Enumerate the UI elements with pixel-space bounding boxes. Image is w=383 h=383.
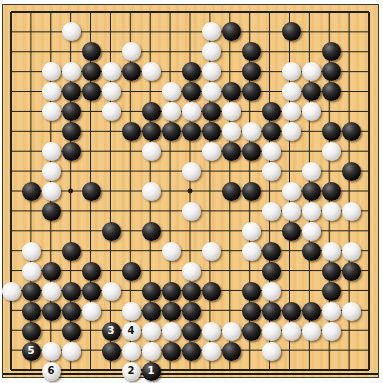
white-stone-c6r6[interactable] xyxy=(102,102,121,121)
black-stone-c3r16[interactable] xyxy=(42,302,61,321)
white-stone-c9r13[interactable] xyxy=(162,242,181,261)
white-stone-c7r16[interactable] xyxy=(122,302,141,321)
black-stone-c7r4[interactable] xyxy=(122,62,141,81)
black-stone-c2r18[interactable]: 5 xyxy=(22,342,41,361)
white-stone-c18r13[interactable] xyxy=(342,242,361,261)
go-board[interactable]: 345621 xyxy=(2,4,379,378)
black-stone-c4r17[interactable] xyxy=(62,322,81,341)
white-stone-c18r16[interactable] xyxy=(342,302,361,321)
move-number-label: 5 xyxy=(28,346,35,356)
black-stone-c16r16[interactable] xyxy=(302,302,321,321)
black-stone-c13r8[interactable] xyxy=(242,142,261,161)
white-stone-c8r8[interactable] xyxy=(142,142,161,161)
white-stone-c4r18[interactable] xyxy=(62,342,81,361)
black-stone-c17r4[interactable] xyxy=(322,62,341,81)
white-stone-c8r10[interactable] xyxy=(142,182,161,201)
black-stone-c17r3[interactable] xyxy=(322,42,341,61)
white-stone-c16r17[interactable] xyxy=(302,322,321,341)
white-stone-c17r11[interactable] xyxy=(322,202,341,221)
black-stone-c8r6[interactable] xyxy=(142,102,161,121)
white-stone-c9r17[interactable] xyxy=(162,322,181,341)
black-stone-c10r7[interactable] xyxy=(182,122,201,141)
black-stone-c8r12[interactable] xyxy=(142,222,161,241)
white-stone-c4r2[interactable] xyxy=(62,22,81,41)
black-stone-c13r3[interactable] xyxy=(242,42,261,61)
white-stone-c10r14[interactable] xyxy=(182,262,201,281)
black-stone-c5r5[interactable] xyxy=(82,82,101,101)
white-stone-c17r13[interactable] xyxy=(322,242,341,261)
black-stone-c13r16[interactable] xyxy=(242,302,261,321)
black-stone-c12r5[interactable] xyxy=(222,82,241,101)
white-stone-c6r15[interactable] xyxy=(102,282,121,301)
white-stone-c3r10[interactable] xyxy=(42,182,61,201)
white-stone-c15r5[interactable] xyxy=(282,82,301,101)
black-stone-c4r7[interactable] xyxy=(62,122,81,141)
white-stone-c2r14[interactable] xyxy=(22,262,41,281)
black-stone-c3r11[interactable] xyxy=(42,202,61,221)
white-stone-c16r9[interactable] xyxy=(302,162,321,181)
white-stone-c12r6[interactable] xyxy=(222,102,241,121)
black-stone-c4r13[interactable] xyxy=(62,242,81,261)
black-stone-c12r2[interactable] xyxy=(222,22,241,41)
black-stone-c15r2[interactable] xyxy=(282,22,301,41)
white-stone-c3r4[interactable] xyxy=(42,62,61,81)
black-stone-c6r17[interactable]: 3 xyxy=(102,322,121,341)
black-stone-c14r16[interactable] xyxy=(262,302,281,321)
white-stone-c8r18[interactable] xyxy=(142,342,161,361)
black-stone-c17r5[interactable] xyxy=(322,82,341,101)
white-stone-c14r17[interactable] xyxy=(262,322,281,341)
black-stone-c14r13[interactable] xyxy=(262,242,281,261)
black-stone-c13r17[interactable] xyxy=(242,322,261,341)
white-stone-c14r11[interactable] xyxy=(262,202,281,221)
move-number-label: 1 xyxy=(148,366,155,376)
white-stone-c9r5[interactable] xyxy=(162,82,181,101)
black-stone-c9r16[interactable] xyxy=(162,302,181,321)
move-number-label: 2 xyxy=(128,366,135,376)
white-stone-c6r4[interactable] xyxy=(102,62,121,81)
white-stone-c17r16[interactable] xyxy=(322,302,341,321)
white-stone-c13r7[interactable] xyxy=(242,122,261,141)
black-stone-c17r10[interactable] xyxy=(322,182,341,201)
white-stone-c3r8[interactable] xyxy=(42,142,61,161)
black-stone-c10r18[interactable] xyxy=(182,342,201,361)
white-stone-c13r13[interactable] xyxy=(242,242,261,261)
white-stone-c17r17[interactable] xyxy=(322,322,341,341)
white-stone-c16r6[interactable] xyxy=(302,102,321,121)
white-stone-c14r9[interactable] xyxy=(262,162,281,181)
black-stone-c4r16[interactable] xyxy=(62,302,81,321)
white-stone-c15r7[interactable] xyxy=(282,122,301,141)
black-stone-c18r9[interactable] xyxy=(342,162,361,181)
black-stone-c14r14[interactable] xyxy=(262,262,281,281)
white-stone-c16r11[interactable] xyxy=(302,202,321,221)
black-stone-c18r14[interactable] xyxy=(342,262,361,281)
black-stone-c8r19[interactable]: 1 xyxy=(142,362,161,381)
black-stone-c5r10[interactable] xyxy=(82,182,101,201)
black-stone-c3r14[interactable] xyxy=(42,262,61,281)
black-stone-c6r12[interactable] xyxy=(102,222,121,241)
black-stone-c16r5[interactable] xyxy=(302,82,321,101)
white-stone-c1r15[interactable] xyxy=(2,282,21,301)
black-stone-c15r12[interactable] xyxy=(282,222,301,241)
move-number-label: 4 xyxy=(128,326,135,336)
black-stone-c2r10[interactable] xyxy=(22,182,41,201)
white-stone-c17r8[interactable] xyxy=(322,142,341,161)
white-stone-c4r4[interactable] xyxy=(62,62,81,81)
white-stone-c18r11[interactable] xyxy=(342,202,361,221)
move-number-label: 3 xyxy=(108,326,115,336)
black-stone-c2r17[interactable] xyxy=(22,322,41,341)
white-stone-c7r19[interactable]: 2 xyxy=(122,362,141,381)
black-stone-c5r3[interactable] xyxy=(82,42,101,61)
black-stone-c10r16[interactable] xyxy=(182,302,201,321)
white-stone-c12r17[interactable] xyxy=(222,322,241,341)
white-stone-c13r12[interactable] xyxy=(242,222,261,241)
black-stone-c17r7[interactable] xyxy=(322,122,341,141)
black-stone-c8r7[interactable] xyxy=(142,122,161,141)
white-stone-c3r9[interactable] xyxy=(42,162,61,181)
black-stone-c4r15[interactable] xyxy=(62,282,81,301)
black-stone-c5r4[interactable] xyxy=(82,62,101,81)
black-stone-c8r16[interactable] xyxy=(142,302,161,321)
white-stone-c16r4[interactable] xyxy=(302,62,321,81)
black-stone-c8r15[interactable] xyxy=(142,282,161,301)
white-stone-c11r8[interactable] xyxy=(202,142,221,161)
white-stone-c10r6[interactable] xyxy=(182,102,201,121)
white-stone-c6r5[interactable] xyxy=(102,82,121,101)
black-stone-c15r16[interactable] xyxy=(282,302,301,321)
black-stone-c13r4[interactable] xyxy=(242,62,261,81)
white-stone-c3r19[interactable]: 6 xyxy=(42,362,61,381)
white-stone-c15r6[interactable] xyxy=(282,102,301,121)
white-stone-c11r13[interactable] xyxy=(202,242,221,261)
white-stone-c11r3[interactable] xyxy=(202,42,221,61)
white-stone-c15r11[interactable] xyxy=(282,202,301,221)
black-stone-c6r18[interactable] xyxy=(102,342,121,361)
white-stone-c7r18[interactable] xyxy=(122,342,141,361)
white-stone-c14r18[interactable] xyxy=(262,342,281,361)
white-stone-c7r17[interactable]: 4 xyxy=(122,322,141,341)
black-stone-c7r7[interactable] xyxy=(122,122,141,141)
black-stone-c10r17[interactable] xyxy=(182,322,201,341)
black-stone-c12r8[interactable] xyxy=(222,142,241,161)
black-stone-c14r6[interactable] xyxy=(262,102,281,121)
white-stone-c11r4[interactable] xyxy=(202,62,221,81)
white-stone-c11r2[interactable] xyxy=(202,22,221,41)
white-stone-c7r3[interactable] xyxy=(122,42,141,61)
white-stone-c3r15[interactable] xyxy=(42,282,61,301)
black-stone-c9r15[interactable] xyxy=(162,282,181,301)
black-stone-c16r10[interactable] xyxy=(302,182,321,201)
black-stone-c17r14[interactable] xyxy=(322,262,341,281)
white-stone-c2r13[interactable] xyxy=(22,242,41,261)
white-stone-c5r16[interactable] xyxy=(82,302,101,321)
white-stone-c14r15[interactable] xyxy=(262,282,281,301)
black-stone-c16r13[interactable] xyxy=(302,242,321,261)
black-stone-c17r15[interactable] xyxy=(322,282,341,301)
black-stone-c4r5[interactable] xyxy=(62,82,81,101)
white-stone-c3r6[interactable] xyxy=(42,102,61,121)
black-stone-c10r4[interactable] xyxy=(182,62,201,81)
black-stone-c11r7[interactable] xyxy=(202,122,221,141)
white-stone-c11r17[interactable] xyxy=(202,322,221,341)
black-stone-c2r16[interactable] xyxy=(22,302,41,321)
black-stone-c12r10[interactable] xyxy=(222,182,241,201)
white-stone-c15r17[interactable] xyxy=(282,322,301,341)
white-stone-c15r10[interactable] xyxy=(282,182,301,201)
white-stone-c11r5[interactable] xyxy=(202,82,221,101)
black-stone-c18r7[interactable] xyxy=(342,122,361,141)
black-stone-c5r14[interactable] xyxy=(82,262,101,281)
black-stone-c11r6[interactable] xyxy=(202,102,221,121)
white-stone-c10r11[interactable] xyxy=(182,202,201,221)
move-number-label: 6 xyxy=(48,366,55,376)
white-stone-c8r17[interactable] xyxy=(142,322,161,341)
white-stone-c3r18[interactable] xyxy=(42,342,61,361)
white-stone-c11r18[interactable] xyxy=(202,342,221,361)
black-stone-c13r5[interactable] xyxy=(242,82,261,101)
black-stone-c9r7[interactable] xyxy=(162,122,181,141)
white-stone-c3r5[interactable] xyxy=(42,82,61,101)
black-stone-c5r15[interactable] xyxy=(82,282,101,301)
white-stone-c16r12[interactable] xyxy=(302,222,321,241)
black-stone-c14r7[interactable] xyxy=(262,122,281,141)
black-stone-c10r5[interactable] xyxy=(182,82,201,101)
black-stone-c2r15[interactable] xyxy=(22,282,41,301)
black-stone-c9r18[interactable] xyxy=(162,342,181,361)
black-stone-c4r6[interactable] xyxy=(62,102,81,121)
black-stone-c11r15[interactable] xyxy=(202,282,221,301)
black-stone-c13r15[interactable] xyxy=(242,282,261,301)
white-stone-c10r9[interactable] xyxy=(182,162,201,181)
white-stone-c15r4[interactable] xyxy=(282,62,301,81)
black-stone-c10r15[interactable] xyxy=(182,282,201,301)
white-stone-c8r4[interactable] xyxy=(142,62,161,81)
white-stone-c14r8[interactable] xyxy=(262,142,281,161)
white-stone-c12r7[interactable] xyxy=(222,122,241,141)
white-stone-c9r6[interactable] xyxy=(162,102,181,121)
black-stone-c12r18[interactable] xyxy=(222,342,241,361)
black-stone-c4r8[interactable] xyxy=(62,142,81,161)
black-stone-c13r10[interactable] xyxy=(242,182,261,201)
black-stone-c7r14[interactable] xyxy=(122,262,141,281)
